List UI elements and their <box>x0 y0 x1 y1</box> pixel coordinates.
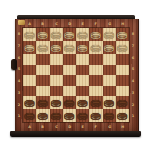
board-base <box>10 131 141 137</box>
square-c8[interactable]: ⛂ <box>50 28 63 41</box>
square-g6[interactable] <box>103 54 116 65</box>
square-b8[interactable]: ⛂ <box>36 28 49 41</box>
square-d2[interactable]: ⛂ <box>63 96 76 109</box>
square-c4[interactable] <box>50 75 63 86</box>
file-label-e: E <box>79 124 87 129</box>
file-label-d: D <box>66 124 74 129</box>
square-a2[interactable]: ⛂ <box>23 96 36 109</box>
square-g1[interactable]: ⛂ <box>103 109 116 122</box>
square-g5[interactable] <box>103 65 116 76</box>
square-c2[interactable]: ⛂ <box>50 96 63 109</box>
dark-checker-piece[interactable]: ⛂ <box>37 109 48 122</box>
square-e4[interactable] <box>76 75 89 86</box>
dark-checker-piece[interactable]: ⛂ <box>117 96 128 109</box>
square-f2[interactable]: ⛂ <box>89 96 102 109</box>
square-d1[interactable]: ⛂ <box>63 109 76 122</box>
square-f7[interactable]: ⛂ <box>89 41 102 54</box>
dark-checker-piece[interactable]: ⛂ <box>77 96 88 109</box>
dark-checker-piece[interactable]: ⛂ <box>90 96 101 109</box>
light-checker-piece[interactable]: ⛂ <box>51 41 62 54</box>
clasp-latch <box>11 59 17 70</box>
square-e6[interactable] <box>76 54 89 65</box>
rank-label-3: 3 <box>131 89 136 96</box>
file-labels-bottom: ABCDEFGH <box>23 123 129 131</box>
file-label-d: D <box>66 21 74 26</box>
square-b7[interactable]: ⛂ <box>36 41 49 54</box>
file-label-c: C <box>52 124 60 129</box>
dark-checker-piece[interactable]: ⛂ <box>117 109 128 122</box>
square-d4[interactable] <box>63 75 76 86</box>
square-d7[interactable]: ⛂ <box>63 41 76 54</box>
file-label-a: A <box>26 21 34 26</box>
square-g7[interactable]: ⛂ <box>103 41 116 54</box>
square-b3[interactable] <box>36 86 49 97</box>
file-label-g: G <box>105 124 113 129</box>
light-checker-piece[interactable]: ⛂ <box>117 41 128 54</box>
square-e5[interactable] <box>76 65 89 76</box>
square-d6[interactable] <box>63 54 76 65</box>
rank-label-7: 7 <box>17 42 22 49</box>
light-checker-piece[interactable]: ⛂ <box>117 28 128 41</box>
light-checker-piece[interactable]: ⛂ <box>24 28 35 41</box>
square-d5[interactable] <box>63 65 76 76</box>
square-g8[interactable]: ⛂ <box>103 28 116 41</box>
rank-label-6: 6 <box>131 54 136 61</box>
square-e8[interactable]: ⛂ <box>76 28 89 41</box>
square-h5[interactable] <box>116 65 129 76</box>
file-label-c: C <box>52 21 60 26</box>
file-label-f: F <box>92 124 100 129</box>
square-f8[interactable]: ⛂ <box>89 28 102 41</box>
dark-checker-piece[interactable]: ⛂ <box>64 109 75 122</box>
dark-checker-piece[interactable]: ⛂ <box>51 96 62 109</box>
square-c3[interactable] <box>50 86 63 97</box>
square-d8[interactable]: ⛂ <box>63 28 76 41</box>
light-checker-piece[interactable]: ⛂ <box>77 28 88 41</box>
file-label-b: B <box>39 124 47 129</box>
square-f6[interactable] <box>89 54 102 65</box>
square-e7[interactable]: ⛂ <box>76 41 89 54</box>
rank-labels-left: 87654321 <box>15 28 23 122</box>
rank-label-5: 5 <box>131 66 136 73</box>
square-h7[interactable]: ⛂ <box>116 41 129 54</box>
rank-label-5: 5 <box>17 66 22 73</box>
square-b6[interactable] <box>36 54 49 65</box>
light-checker-piece[interactable]: ⛂ <box>64 28 75 41</box>
rank-labels-right: 87654321 <box>129 28 137 122</box>
file-labels-top: ABCDEFGH <box>23 20 129 28</box>
dark-checker-piece[interactable]: ⛂ <box>77 109 88 122</box>
dark-checker-piece[interactable]: ⛂ <box>37 96 48 109</box>
dark-checker-piece[interactable]: ⛂ <box>51 109 62 122</box>
square-h8[interactable]: ⛂ <box>116 28 129 41</box>
square-a6[interactable] <box>23 54 36 65</box>
rank-label-2: 2 <box>131 101 136 108</box>
rank-label-4: 4 <box>131 77 136 84</box>
square-b2[interactable]: ⛂ <box>36 96 49 109</box>
square-h6[interactable] <box>116 54 129 65</box>
square-f4[interactable] <box>89 75 102 86</box>
rank-label-1: 1 <box>131 113 136 120</box>
rank-label-6: 6 <box>17 54 22 61</box>
square-h4[interactable] <box>116 75 129 86</box>
board-photo: ABCDEFGH ABCDEFGH 87654321 87654321 ⛂⛂⛂⛂… <box>0 0 150 150</box>
dark-checker-piece[interactable]: ⛂ <box>24 109 35 122</box>
light-checker-piece[interactable]: ⛂ <box>104 41 115 54</box>
square-a1[interactable]: ⛂ <box>23 109 36 122</box>
file-label-h: H <box>119 124 127 129</box>
square-a4[interactable] <box>23 75 36 86</box>
light-checker-piece[interactable]: ⛂ <box>64 41 75 54</box>
square-c1[interactable]: ⛂ <box>50 109 63 122</box>
file-label-g: G <box>105 21 113 26</box>
dark-checker-piece[interactable]: ⛂ <box>24 96 35 109</box>
light-checker-piece[interactable]: ⛂ <box>24 41 35 54</box>
light-checker-piece[interactable]: ⛂ <box>51 28 62 41</box>
checkers-board-grid[interactable]: ⛂⛂⛂⛂⛂⛂⛂⛂⛂⛂⛂⛂⛂⛂⛂⛂⛂⛂⛂⛂⛂⛂⛂⛂⛂⛂⛂⛂⛂⛂⛂⛂ <box>23 28 129 122</box>
light-checker-piece[interactable]: ⛂ <box>90 28 101 41</box>
square-h2[interactable]: ⛂ <box>116 96 129 109</box>
rank-label-3: 3 <box>17 89 22 96</box>
rank-label-1: 1 <box>17 113 22 120</box>
file-label-e: E <box>79 21 87 26</box>
square-g3[interactable] <box>103 86 116 97</box>
square-e3[interactable] <box>76 86 89 97</box>
file-label-b: B <box>39 21 47 26</box>
rank-label-7: 7 <box>131 42 136 49</box>
dark-checker-piece[interactable]: ⛂ <box>90 109 101 122</box>
file-label-h: H <box>119 21 127 26</box>
square-f3[interactable] <box>89 86 102 97</box>
square-b4[interactable] <box>36 75 49 86</box>
square-d3[interactable] <box>63 86 76 97</box>
file-label-a: A <box>26 124 34 129</box>
square-c5[interactable] <box>50 65 63 76</box>
square-g4[interactable] <box>103 75 116 86</box>
square-c7[interactable]: ⛂ <box>50 41 63 54</box>
rank-label-8: 8 <box>131 30 136 37</box>
light-checker-piece[interactable]: ⛂ <box>37 41 48 54</box>
square-f5[interactable] <box>89 65 102 76</box>
light-checker-piece[interactable]: ⛂ <box>104 28 115 41</box>
light-checker-piece[interactable]: ⛂ <box>77 41 88 54</box>
dark-checker-piece[interactable]: ⛂ <box>64 96 75 109</box>
square-h1[interactable]: ⛂ <box>116 109 129 122</box>
square-e2[interactable]: ⛂ <box>76 96 89 109</box>
rank-label-8: 8 <box>17 30 22 37</box>
square-b1[interactable]: ⛂ <box>36 109 49 122</box>
rank-label-2: 2 <box>17 101 22 108</box>
light-checker-piece[interactable]: ⛂ <box>37 28 48 41</box>
square-c6[interactable] <box>50 54 63 65</box>
square-b5[interactable] <box>36 65 49 76</box>
square-a7[interactable]: ⛂ <box>23 41 36 54</box>
file-label-f: F <box>92 21 100 26</box>
rank-label-4: 4 <box>17 77 22 84</box>
square-e1[interactable]: ⛂ <box>76 109 89 122</box>
dark-checker-piece[interactable]: ⛂ <box>104 109 115 122</box>
square-a3[interactable] <box>23 86 36 97</box>
light-checker-piece[interactable]: ⛂ <box>90 41 101 54</box>
square-g2[interactable]: ⛂ <box>103 96 116 109</box>
square-h3[interactable] <box>116 86 129 97</box>
square-a8[interactable]: ⛂ <box>23 28 36 41</box>
square-a5[interactable] <box>23 65 36 76</box>
dark-checker-piece[interactable]: ⛂ <box>104 96 115 109</box>
square-f1[interactable]: ⛂ <box>89 109 102 122</box>
